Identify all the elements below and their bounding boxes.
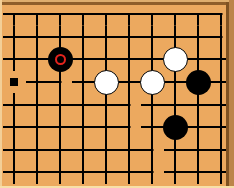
- board-intersection[interactable]: [49, 26, 72, 49]
- white-stone[interactable]: [140, 70, 165, 95]
- board-intersection[interactable]: [141, 93, 164, 116]
- board-right-border: [226, 2, 229, 188]
- board-intersection[interactable]: [141, 139, 164, 162]
- board-intersection[interactable]: [95, 139, 118, 162]
- board-intersection[interactable]: [164, 93, 187, 116]
- red-circle-marker-icon: [55, 54, 66, 65]
- black-stone[interactable]: [186, 70, 211, 95]
- board-top-border: [0, 2, 234, 5]
- board-intersection[interactable]: [72, 116, 95, 139]
- white-stone[interactable]: [163, 47, 188, 72]
- board-right-outer-edge: [229, 0, 234, 188]
- board-intersection[interactable]: [49, 71, 72, 94]
- board-intersection[interactable]: [164, 71, 187, 94]
- go-board[interactable]: [3, 3, 233, 184]
- board-intersection[interactable]: [141, 48, 164, 71]
- board-intersection[interactable]: [26, 93, 49, 116]
- board-intersection[interactable]: [3, 161, 26, 184]
- board-intersection[interactable]: [141, 26, 164, 49]
- board-intersection[interactable]: [49, 93, 72, 116]
- board-intersection[interactable]: [164, 3, 187, 26]
- board-intersection[interactable]: [187, 26, 210, 49]
- board-intersection[interactable]: [95, 116, 118, 139]
- board-intersection[interactable]: [26, 71, 49, 94]
- board-intersection[interactable]: [187, 161, 210, 184]
- board-intersection[interactable]: [164, 161, 187, 184]
- star-point: [10, 78, 18, 86]
- board-intersection[interactable]: [95, 3, 118, 26]
- board-intersection[interactable]: [187, 116, 210, 139]
- board-intersection[interactable]: [141, 3, 164, 26]
- board-intersection[interactable]: [118, 161, 141, 184]
- board-intersection[interactable]: [118, 71, 141, 94]
- board-intersection[interactable]: [26, 161, 49, 184]
- board-intersection[interactable]: [118, 139, 141, 162]
- board-intersection[interactable]: [164, 26, 187, 49]
- board-intersection[interactable]: [95, 161, 118, 184]
- board-intersection[interactable]: [118, 116, 141, 139]
- board-intersection[interactable]: [26, 48, 49, 71]
- board-intersection[interactable]: [3, 93, 26, 116]
- board-intersection[interactable]: [26, 3, 49, 26]
- board-intersection[interactable]: [26, 26, 49, 49]
- board-intersection[interactable]: [118, 26, 141, 49]
- board-intersection[interactable]: [72, 93, 95, 116]
- board-intersection[interactable]: [187, 139, 210, 162]
- board-intersection[interactable]: [26, 116, 49, 139]
- board-intersection[interactable]: [3, 48, 26, 71]
- black-stone[interactable]: [163, 115, 188, 140]
- board-intersection[interactable]: [3, 3, 26, 26]
- board-intersection[interactable]: [118, 48, 141, 71]
- board-intersection[interactable]: [72, 71, 95, 94]
- board-intersection[interactable]: [72, 139, 95, 162]
- white-stone[interactable]: [94, 70, 119, 95]
- board-intersection[interactable]: [187, 93, 210, 116]
- black-stone[interactable]: [48, 47, 73, 72]
- board-intersection[interactable]: [72, 26, 95, 49]
- board-intersection[interactable]: [72, 161, 95, 184]
- board-intersection[interactable]: [141, 116, 164, 139]
- go-board-diagram: [0, 0, 234, 188]
- board-intersection[interactable]: [3, 116, 26, 139]
- board-intersection[interactable]: [95, 26, 118, 49]
- board-intersection[interactable]: [95, 48, 118, 71]
- board-intersection[interactable]: [49, 3, 72, 26]
- board-intersection[interactable]: [72, 3, 95, 26]
- board-intersection[interactable]: [3, 139, 26, 162]
- board-intersection[interactable]: [26, 139, 49, 162]
- board-intersection[interactable]: [95, 93, 118, 116]
- board-intersection[interactable]: [118, 93, 141, 116]
- board-intersection[interactable]: [164, 139, 187, 162]
- board-left-crop-highlight: [0, 0, 2, 188]
- board-intersection[interactable]: [72, 48, 95, 71]
- board-intersection[interactable]: [3, 26, 26, 49]
- board-intersection[interactable]: [49, 116, 72, 139]
- board-intersection[interactable]: [141, 161, 164, 184]
- board-intersection[interactable]: [187, 48, 210, 71]
- board-bottom-crop-highlight: [0, 186, 234, 188]
- board-intersection[interactable]: [118, 3, 141, 26]
- board-intersection[interactable]: [49, 139, 72, 162]
- board-intersection[interactable]: [49, 161, 72, 184]
- board-intersection[interactable]: [187, 3, 210, 26]
